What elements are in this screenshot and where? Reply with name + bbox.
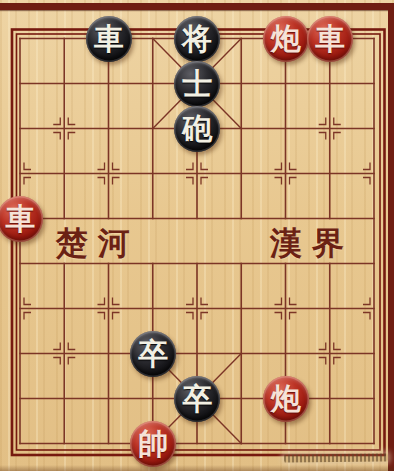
piece-black-cannon[interactable]: 砲	[174, 106, 220, 152]
piece-black-soldier[interactable]: 卒	[174, 376, 220, 422]
piece-red-cannon[interactable]: 炮	[263, 16, 309, 62]
watermark	[284, 453, 388, 462]
piece-black-advisor[interactable]: 士	[174, 61, 220, 107]
piece-red-cannon[interactable]: 炮	[263, 376, 309, 422]
piece-black-chariot[interactable]: 車	[86, 16, 132, 62]
piece-red-chariot[interactable]: 車	[307, 16, 353, 62]
piece-black-general[interactable]: 将	[174, 16, 220, 62]
piece-red-chariot[interactable]: 車	[0, 196, 43, 242]
xiangqi-board-screen: 楚河 漢界 車将炮車士砲車卒卒炮帥	[0, 0, 394, 471]
board-pieces-layer: 車将炮車士砲車卒卒炮帥	[0, 16, 394, 466]
piece-black-soldier[interactable]: 卒	[130, 331, 176, 377]
piece-red-general[interactable]: 帥	[130, 421, 176, 467]
